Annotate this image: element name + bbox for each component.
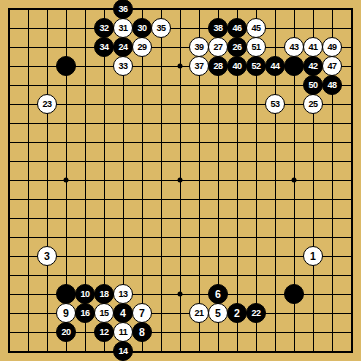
move-number-label: 33 [119,62,128,71]
move-number-label: 49 [328,43,337,52]
move-number-label: 37 [195,62,204,71]
go-board: 1234567891011121314151618202122232425262… [0,0,361,361]
black-stone-10: 10 [75,284,95,304]
black-stone-46: 46 [227,18,247,38]
white-stone-29: 29 [132,37,152,57]
black-stone-handicap [284,284,304,304]
black-stone-14: 14 [113,341,133,361]
stones-layer: 1234567891011121314151618202122232425262… [0,0,361,361]
move-number-label: 47 [328,62,337,71]
black-stone-handicap [56,56,76,76]
black-stone-32: 32 [94,18,114,38]
black-stone-50: 50 [303,75,323,95]
white-stone-45: 45 [246,18,266,38]
white-stone-39: 39 [189,37,209,57]
move-number-label: 23 [43,100,52,109]
move-number-label: 7 [139,308,145,319]
black-stone-8: 8 [132,322,152,342]
black-stone-6: 6 [208,284,228,304]
white-stone-41: 41 [303,37,323,57]
black-stone-34: 34 [94,37,114,57]
black-stone-52: 52 [246,56,266,76]
white-stone-23: 23 [37,94,57,114]
black-stone-22: 22 [246,303,266,323]
move-number-label: 15 [100,309,109,318]
move-number-label: 46 [233,24,242,33]
move-number-label: 3 [44,251,50,262]
white-stone-25: 25 [303,94,323,114]
black-stone-4: 4 [113,303,133,323]
black-stone-30: 30 [132,18,152,38]
move-number-label: 40 [233,62,242,71]
white-stone-31: 31 [113,18,133,38]
white-stone-33: 33 [113,56,133,76]
white-stone-7: 7 [132,303,152,323]
move-number-label: 5 [215,308,221,319]
move-number-label: 53 [271,100,280,109]
black-stone-36: 36 [113,0,133,19]
white-stone-15: 15 [94,303,114,323]
black-stone-24: 24 [113,37,133,57]
white-stone-21: 21 [189,303,209,323]
white-stone-11: 11 [113,322,133,342]
black-stone-40: 40 [227,56,247,76]
white-stone-51: 51 [246,37,266,57]
move-number-label: 45 [252,24,261,33]
move-number-label: 24 [119,43,128,52]
move-number-label: 44 [271,62,280,71]
black-stone-28: 28 [208,56,228,76]
white-stone-49: 49 [322,37,342,57]
move-number-label: 42 [309,62,318,71]
move-number-label: 11 [119,328,127,337]
move-number-label: 52 [252,62,261,71]
white-stone-13: 13 [113,284,133,304]
move-number-label: 12 [100,328,109,337]
move-number-label: 20 [62,328,71,337]
black-stone-42: 42 [303,56,323,76]
white-stone-37: 37 [189,56,209,76]
move-number-label: 38 [214,24,223,33]
move-number-label: 28 [214,62,223,71]
move-number-label: 31 [119,24,128,33]
move-number-label: 9 [63,308,69,319]
move-number-label: 2 [234,308,240,319]
white-stone-47: 47 [322,56,342,76]
white-stone-53: 53 [265,94,285,114]
move-number-label: 16 [81,309,90,318]
move-number-label: 39 [195,43,204,52]
white-stone-1: 1 [303,246,323,266]
move-number-label: 14 [119,347,128,356]
black-stone-26: 26 [227,37,247,57]
black-stone-38: 38 [208,18,228,38]
white-stone-5: 5 [208,303,228,323]
white-stone-27: 27 [208,37,228,57]
move-number-label: 6 [215,289,221,300]
white-stone-43: 43 [284,37,304,57]
black-stone-48: 48 [322,75,342,95]
move-number-label: 29 [138,43,147,52]
move-number-label: 1 [310,251,316,262]
move-number-label: 21 [195,309,204,318]
move-number-label: 35 [157,24,166,33]
black-stone-20: 20 [56,322,76,342]
move-number-label: 22 [252,309,261,318]
move-number-label: 27 [214,43,223,52]
move-number-label: 34 [100,43,109,52]
move-number-label: 41 [309,43,318,52]
black-stone-44: 44 [265,56,285,76]
black-stone-handicap [284,56,304,76]
white-stone-3: 3 [37,246,57,266]
move-number-label: 32 [100,24,109,33]
move-number-label: 43 [290,43,299,52]
move-number-label: 25 [309,100,318,109]
white-stone-9: 9 [56,303,76,323]
move-number-label: 36 [119,5,128,14]
move-number-label: 50 [309,81,318,90]
move-number-label: 10 [81,290,90,299]
black-stone-2: 2 [227,303,247,323]
move-number-label: 51 [252,43,261,52]
white-stone-35: 35 [151,18,171,38]
move-number-label: 13 [119,290,128,299]
black-stone-handicap [56,284,76,304]
move-number-label: 48 [328,81,337,90]
move-number-label: 4 [120,308,126,319]
move-number-label: 30 [138,24,147,33]
move-number-label: 8 [139,327,145,338]
black-stone-18: 18 [94,284,114,304]
move-number-label: 18 [100,290,109,299]
black-stone-12: 12 [94,322,114,342]
black-stone-16: 16 [75,303,95,323]
move-number-label: 26 [233,43,242,52]
